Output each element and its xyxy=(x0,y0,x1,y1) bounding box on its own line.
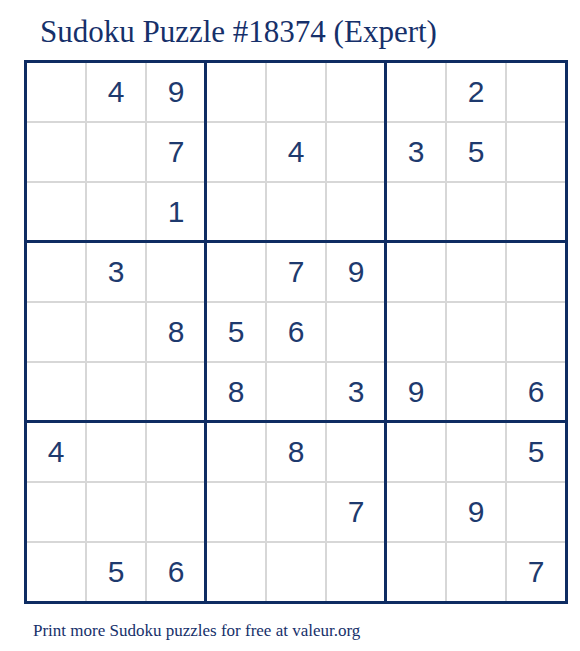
sudoku-cell-r8c1[interactable] xyxy=(27,483,85,541)
sudoku-cell-r4c7[interactable] xyxy=(387,243,445,301)
sudoku-cell-r8c9[interactable] xyxy=(507,483,565,541)
sudoku-cell-r1c8[interactable]: 2 xyxy=(447,63,505,121)
sudoku-cell-r9c9[interactable]: 7 xyxy=(507,543,565,601)
sudoku-cell-r9c4[interactable] xyxy=(207,543,265,601)
sudoku-cell-r8c4[interactable] xyxy=(207,483,265,541)
sudoku-cell-r6c4[interactable]: 8 xyxy=(207,363,265,421)
sudoku-cell-r2c4[interactable] xyxy=(207,123,265,181)
sudoku-cell-r4c4[interactable] xyxy=(207,243,265,301)
sudoku-cell-r2c7[interactable]: 3 xyxy=(387,123,445,181)
sudoku-cell-r6c3[interactable] xyxy=(147,363,205,421)
puzzle-title: Sudoku Puzzle #18374 (Expert) xyxy=(40,14,437,50)
sudoku-cell-r3c1[interactable] xyxy=(27,183,85,241)
sudoku-cell-r6c8[interactable] xyxy=(447,363,505,421)
sudoku-cell-r8c3[interactable] xyxy=(147,483,205,541)
sudoku-cell-r5c4[interactable]: 5 xyxy=(207,303,265,361)
sudoku-cell-r4c5[interactable]: 7 xyxy=(267,243,325,301)
sudoku-cell-r5c5[interactable]: 6 xyxy=(267,303,325,361)
sudoku-cell-r7c7[interactable] xyxy=(387,423,445,481)
sudoku-cell-r1c4[interactable] xyxy=(207,63,265,121)
sudoku-cell-r2c6[interactable] xyxy=(327,123,385,181)
sudoku-cell-r7c9[interactable]: 5 xyxy=(507,423,565,481)
sudoku-cell-r9c3[interactable]: 6 xyxy=(147,543,205,601)
sudoku-cell-r7c4[interactable] xyxy=(207,423,265,481)
sudoku-cell-r2c3[interactable]: 7 xyxy=(147,123,205,181)
sudoku-cell-r8c8[interactable]: 9 xyxy=(447,483,505,541)
sudoku-cell-r6c1[interactable] xyxy=(27,363,85,421)
sudoku-cell-r3c4[interactable] xyxy=(207,183,265,241)
page: Sudoku Puzzle #18374 (Expert) 4927435137… xyxy=(0,0,580,651)
sudoku-cell-r9c1[interactable] xyxy=(27,543,85,601)
sudoku-cell-r9c7[interactable] xyxy=(387,543,445,601)
sudoku-cell-r9c8[interactable] xyxy=(447,543,505,601)
sudoku-cell-r8c7[interactable] xyxy=(387,483,445,541)
sudoku-cell-r7c6[interactable] xyxy=(327,423,385,481)
sudoku-cell-r1c3[interactable]: 9 xyxy=(147,63,205,121)
sudoku-cell-r9c5[interactable] xyxy=(267,543,325,601)
sudoku-cell-r4c2[interactable]: 3 xyxy=(87,243,145,301)
sudoku-cell-r1c7[interactable] xyxy=(387,63,445,121)
sudoku-cell-r3c9[interactable] xyxy=(507,183,565,241)
sudoku-cell-r5c9[interactable] xyxy=(507,303,565,361)
sudoku-cell-r1c1[interactable] xyxy=(27,63,85,121)
sudoku-cell-r7c2[interactable] xyxy=(87,423,145,481)
sudoku-cell-r3c6[interactable] xyxy=(327,183,385,241)
sudoku-cell-r3c2[interactable] xyxy=(87,183,145,241)
sudoku-cell-r2c2[interactable] xyxy=(87,123,145,181)
sudoku-cell-r5c6[interactable] xyxy=(327,303,385,361)
sudoku-cell-r8c6[interactable]: 7 xyxy=(327,483,385,541)
sudoku-cell-r5c1[interactable] xyxy=(27,303,85,361)
sudoku-cell-r2c1[interactable] xyxy=(27,123,85,181)
sudoku-grid: 49274351379856839648579567 xyxy=(24,60,568,604)
sudoku-cell-r5c2[interactable] xyxy=(87,303,145,361)
sudoku-cell-r5c8[interactable] xyxy=(447,303,505,361)
sudoku-cell-r9c6[interactable] xyxy=(327,543,385,601)
sudoku-cell-r3c3[interactable]: 1 xyxy=(147,183,205,241)
box-divider-horizontal-2 xyxy=(27,420,565,423)
sudoku-cell-r2c9[interactable] xyxy=(507,123,565,181)
sudoku-cell-r6c6[interactable]: 3 xyxy=(327,363,385,421)
box-divider-horizontal-1 xyxy=(27,240,565,243)
sudoku-cell-r3c8[interactable] xyxy=(447,183,505,241)
sudoku-cell-r4c3[interactable] xyxy=(147,243,205,301)
sudoku-cell-r5c7[interactable] xyxy=(387,303,445,361)
sudoku-cell-r7c1[interactable]: 4 xyxy=(27,423,85,481)
sudoku-cell-r1c6[interactable] xyxy=(327,63,385,121)
box-divider-vertical-2 xyxy=(384,63,387,601)
sudoku-cell-r4c8[interactable] xyxy=(447,243,505,301)
sudoku-cell-r4c1[interactable] xyxy=(27,243,85,301)
sudoku-cell-r5c3[interactable]: 8 xyxy=(147,303,205,361)
sudoku-cell-r3c7[interactable] xyxy=(387,183,445,241)
sudoku-cell-r6c5[interactable] xyxy=(267,363,325,421)
footer-credit: Print more Sudoku puzzles for free at va… xyxy=(33,621,360,641)
sudoku-cell-r6c9[interactable]: 6 xyxy=(507,363,565,421)
sudoku-cell-r2c8[interactable]: 5 xyxy=(447,123,505,181)
sudoku-cell-r7c3[interactable] xyxy=(147,423,205,481)
sudoku-cell-r1c9[interactable] xyxy=(507,63,565,121)
sudoku-cell-r1c5[interactable] xyxy=(267,63,325,121)
sudoku-cell-r2c5[interactable]: 4 xyxy=(267,123,325,181)
box-divider-vertical-1 xyxy=(204,63,207,601)
sudoku-cell-r1c2[interactable]: 4 xyxy=(87,63,145,121)
sudoku-cell-r9c2[interactable]: 5 xyxy=(87,543,145,601)
sudoku-cell-r6c2[interactable] xyxy=(87,363,145,421)
sudoku-cell-r3c5[interactable] xyxy=(267,183,325,241)
sudoku-cell-r4c6[interactable]: 9 xyxy=(327,243,385,301)
sudoku-cell-r7c8[interactable] xyxy=(447,423,505,481)
sudoku-cell-r8c5[interactable] xyxy=(267,483,325,541)
sudoku-cell-r4c9[interactable] xyxy=(507,243,565,301)
sudoku-cell-r6c7[interactable]: 9 xyxy=(387,363,445,421)
sudoku-cell-r7c5[interactable]: 8 xyxy=(267,423,325,481)
sudoku-cell-r8c2[interactable] xyxy=(87,483,145,541)
